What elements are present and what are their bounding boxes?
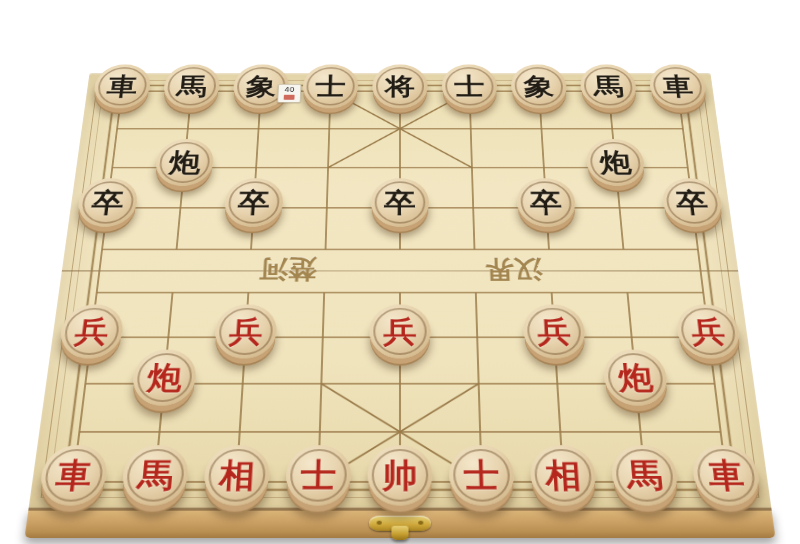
intersection-6-9: 相 bbox=[521, 457, 606, 508]
piece-glyph: 卒 bbox=[384, 189, 416, 216]
intersection-4-6: 兵 bbox=[361, 315, 439, 361]
board-grid: 車馬象士将士象馬車炮炮卒卒卒卒卒兵兵兵兵兵炮炮車馬相士帅士相馬車 bbox=[29, 73, 772, 508]
intersection-1-2: 炮 bbox=[146, 148, 222, 188]
piece-red-4-9[interactable]: 帅 bbox=[367, 445, 433, 506]
intersection-4-3: 卒 bbox=[363, 188, 437, 229]
piece-glyph: 卒 bbox=[675, 189, 710, 216]
intersection-3-0: 士 bbox=[295, 73, 366, 110]
intersection-0-9: 車 bbox=[29, 457, 117, 508]
piece-black-7-0[interactable]: 馬 bbox=[579, 64, 638, 108]
piece-glyph: 象 bbox=[523, 74, 555, 98]
piece-black-4-0[interactable]: 将 bbox=[372, 64, 428, 108]
piece-red-7-9[interactable]: 馬 bbox=[610, 445, 680, 506]
piece-black-8-3[interactable]: 卒 bbox=[660, 178, 724, 227]
piece-red-1-9[interactable]: 馬 bbox=[120, 445, 190, 506]
manufacturer-sticker: 40 bbox=[277, 84, 301, 103]
piece-glyph: 卒 bbox=[90, 189, 125, 216]
piece-glyph: 卒 bbox=[529, 189, 562, 216]
intersection-8-0: 車 bbox=[641, 73, 715, 110]
photo-scene: 楚河 汉界 40 車馬象士将士象馬車炮炮卒卒卒卒卒兵兵兵兵兵炮炮車馬相士帅士相馬… bbox=[0, 0, 800, 544]
piece-red-2-6[interactable]: 兵 bbox=[213, 304, 278, 358]
intersection-5-0: 士 bbox=[434, 73, 505, 110]
intersection-4-0: 将 bbox=[365, 73, 435, 110]
piece-red-6-6[interactable]: 兵 bbox=[522, 304, 587, 358]
piece-glyph: 炮 bbox=[168, 149, 202, 175]
piece-black-0-3[interactable]: 卒 bbox=[76, 178, 140, 227]
piece-red-0-9[interactable]: 車 bbox=[37, 445, 109, 506]
piece-glyph: 兵 bbox=[73, 316, 110, 346]
piece-glyph: 兵 bbox=[690, 316, 727, 346]
piece-glyph: 馬 bbox=[136, 459, 175, 492]
intersection-1-7: 炮 bbox=[122, 360, 205, 407]
piece-glyph: 車 bbox=[661, 74, 694, 98]
piece-glyph: 将 bbox=[385, 74, 415, 98]
piece-glyph: 兵 bbox=[228, 316, 263, 346]
piece-black-1-0[interactable]: 馬 bbox=[162, 64, 221, 108]
piece-glyph: 炮 bbox=[617, 362, 654, 393]
intersection-6-0: 象 bbox=[503, 73, 575, 110]
piece-red-4-6[interactable]: 兵 bbox=[369, 304, 431, 358]
piece-red-8-9[interactable]: 車 bbox=[690, 445, 762, 506]
piece-glyph: 兵 bbox=[383, 316, 417, 346]
piece-black-5-0[interactable]: 士 bbox=[441, 64, 498, 108]
brass-latch-knob bbox=[391, 526, 408, 540]
piece-black-3-0[interactable]: 士 bbox=[302, 64, 359, 108]
piece-glyph: 車 bbox=[106, 74, 139, 98]
intersection-4-9: 帅 bbox=[359, 457, 442, 508]
intersection-2-3: 卒 bbox=[215, 188, 291, 229]
piece-black-6-0[interactable]: 象 bbox=[510, 64, 568, 108]
piece-red-1-7[interactable]: 炮 bbox=[130, 350, 198, 406]
piece-red-6-9[interactable]: 相 bbox=[529, 445, 598, 506]
piece-glyph: 兵 bbox=[536, 316, 571, 346]
piece-glyph: 帅 bbox=[382, 459, 418, 492]
piece-glyph: 象 bbox=[245, 74, 277, 98]
intersection-3-9: 士 bbox=[276, 457, 359, 508]
piece-red-2-9[interactable]: 相 bbox=[202, 445, 271, 506]
piece-glyph: 士 bbox=[454, 74, 485, 98]
piece-glyph: 炮 bbox=[146, 362, 183, 393]
board-3d-wrapper: 楚河 汉界 40 車馬象士将士象馬車炮炮卒卒卒卒卒兵兵兵兵兵炮炮車馬相士帅士相馬… bbox=[24, 73, 775, 538]
piece-red-8-6[interactable]: 兵 bbox=[674, 304, 742, 358]
piece-black-6-3[interactable]: 卒 bbox=[516, 178, 577, 227]
intersection-6-3: 卒 bbox=[509, 188, 585, 229]
sticker-red-mark bbox=[284, 95, 295, 100]
sticker-number: 40 bbox=[284, 87, 295, 93]
intersection-1-9: 馬 bbox=[111, 457, 197, 508]
piece-glyph: 馬 bbox=[175, 74, 207, 98]
piece-glyph: 炮 bbox=[599, 149, 633, 175]
intersection-2-6: 兵 bbox=[205, 315, 285, 361]
intersection-5-9: 士 bbox=[440, 457, 523, 508]
piece-red-0-6[interactable]: 兵 bbox=[58, 304, 126, 358]
intersection-8-9: 車 bbox=[683, 457, 771, 508]
piece-black-1-2[interactable]: 炮 bbox=[154, 139, 215, 186]
piece-black-7-2[interactable]: 炮 bbox=[585, 139, 646, 186]
intersection-0-3: 卒 bbox=[68, 188, 146, 229]
piece-red-5-9[interactable]: 士 bbox=[449, 445, 516, 506]
piece-glyph: 相 bbox=[218, 459, 256, 492]
intersection-1-0: 馬 bbox=[155, 73, 228, 110]
piece-red-7-7[interactable]: 炮 bbox=[602, 350, 670, 406]
piece-glyph: 馬 bbox=[625, 459, 664, 492]
intersection-7-2: 炮 bbox=[578, 148, 654, 188]
piece-red-3-9[interactable]: 士 bbox=[285, 445, 352, 506]
box-front-edge bbox=[24, 508, 775, 538]
board-surface: 楚河 汉界 40 車馬象士将士象馬車炮炮卒卒卒卒卒兵兵兵兵兵炮炮車馬相士帅士相馬… bbox=[29, 73, 772, 508]
piece-black-4-3[interactable]: 卒 bbox=[371, 178, 430, 227]
xiangqi-board-box: 楚河 汉界 40 車馬象士将士象馬車炮炮卒卒卒卒卒兵兵兵兵兵炮炮車馬相士帅士相馬… bbox=[24, 73, 775, 538]
piece-glyph: 相 bbox=[544, 459, 582, 492]
intersection-0-6: 兵 bbox=[49, 315, 132, 361]
box-edge-groove bbox=[28, 508, 771, 511]
piece-glyph: 馬 bbox=[592, 74, 624, 98]
intersection-7-7: 炮 bbox=[595, 360, 678, 407]
piece-glyph: 士 bbox=[300, 459, 337, 492]
piece-glyph: 士 bbox=[315, 74, 346, 98]
intersection-8-3: 卒 bbox=[654, 188, 732, 229]
piece-black-2-3[interactable]: 卒 bbox=[223, 178, 284, 227]
piece-glyph: 卒 bbox=[237, 189, 270, 216]
piece-glyph: 車 bbox=[706, 459, 746, 492]
intersection-6-6: 兵 bbox=[515, 315, 595, 361]
intersection-0-0: 車 bbox=[84, 73, 158, 110]
piece-glyph: 士 bbox=[463, 459, 500, 492]
intersection-8-6: 兵 bbox=[668, 315, 751, 361]
piece-glyph: 車 bbox=[54, 459, 94, 492]
piece-black-8-0[interactable]: 車 bbox=[648, 64, 709, 108]
intersection-7-0: 馬 bbox=[572, 73, 645, 110]
piece-black-0-0[interactable]: 車 bbox=[92, 64, 153, 108]
intersection-2-9: 相 bbox=[194, 457, 279, 508]
intersection-7-9: 馬 bbox=[602, 457, 688, 508]
